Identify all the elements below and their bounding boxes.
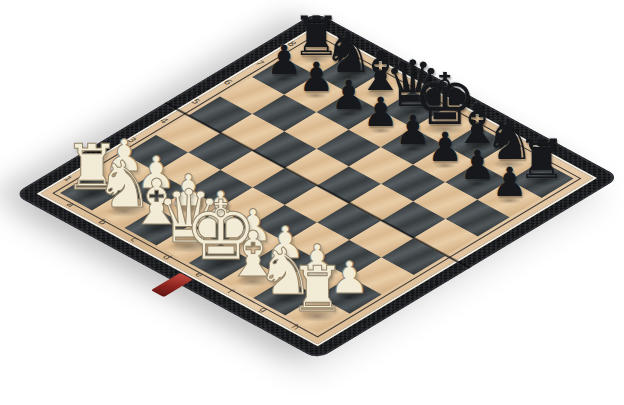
piece-white-rook-h1[interactable]: ♜ bbox=[286, 259, 349, 322]
photo-canvas: abcdefgh12345678 ♜♞♝♛♚♝♞♜♟♟♟♟♟♟♟♟♟♟♟♟♟♟♟… bbox=[0, 0, 624, 405]
pieces-layer: ♜♞♝♛♚♝♞♜♟♟♟♟♟♟♟♟♟♟♟♟♟♟♟♟♜♞♝♛♚♝♞♜ bbox=[0, 0, 624, 405]
piece-black-pawn-h7[interactable]: ♟ bbox=[489, 163, 529, 203]
